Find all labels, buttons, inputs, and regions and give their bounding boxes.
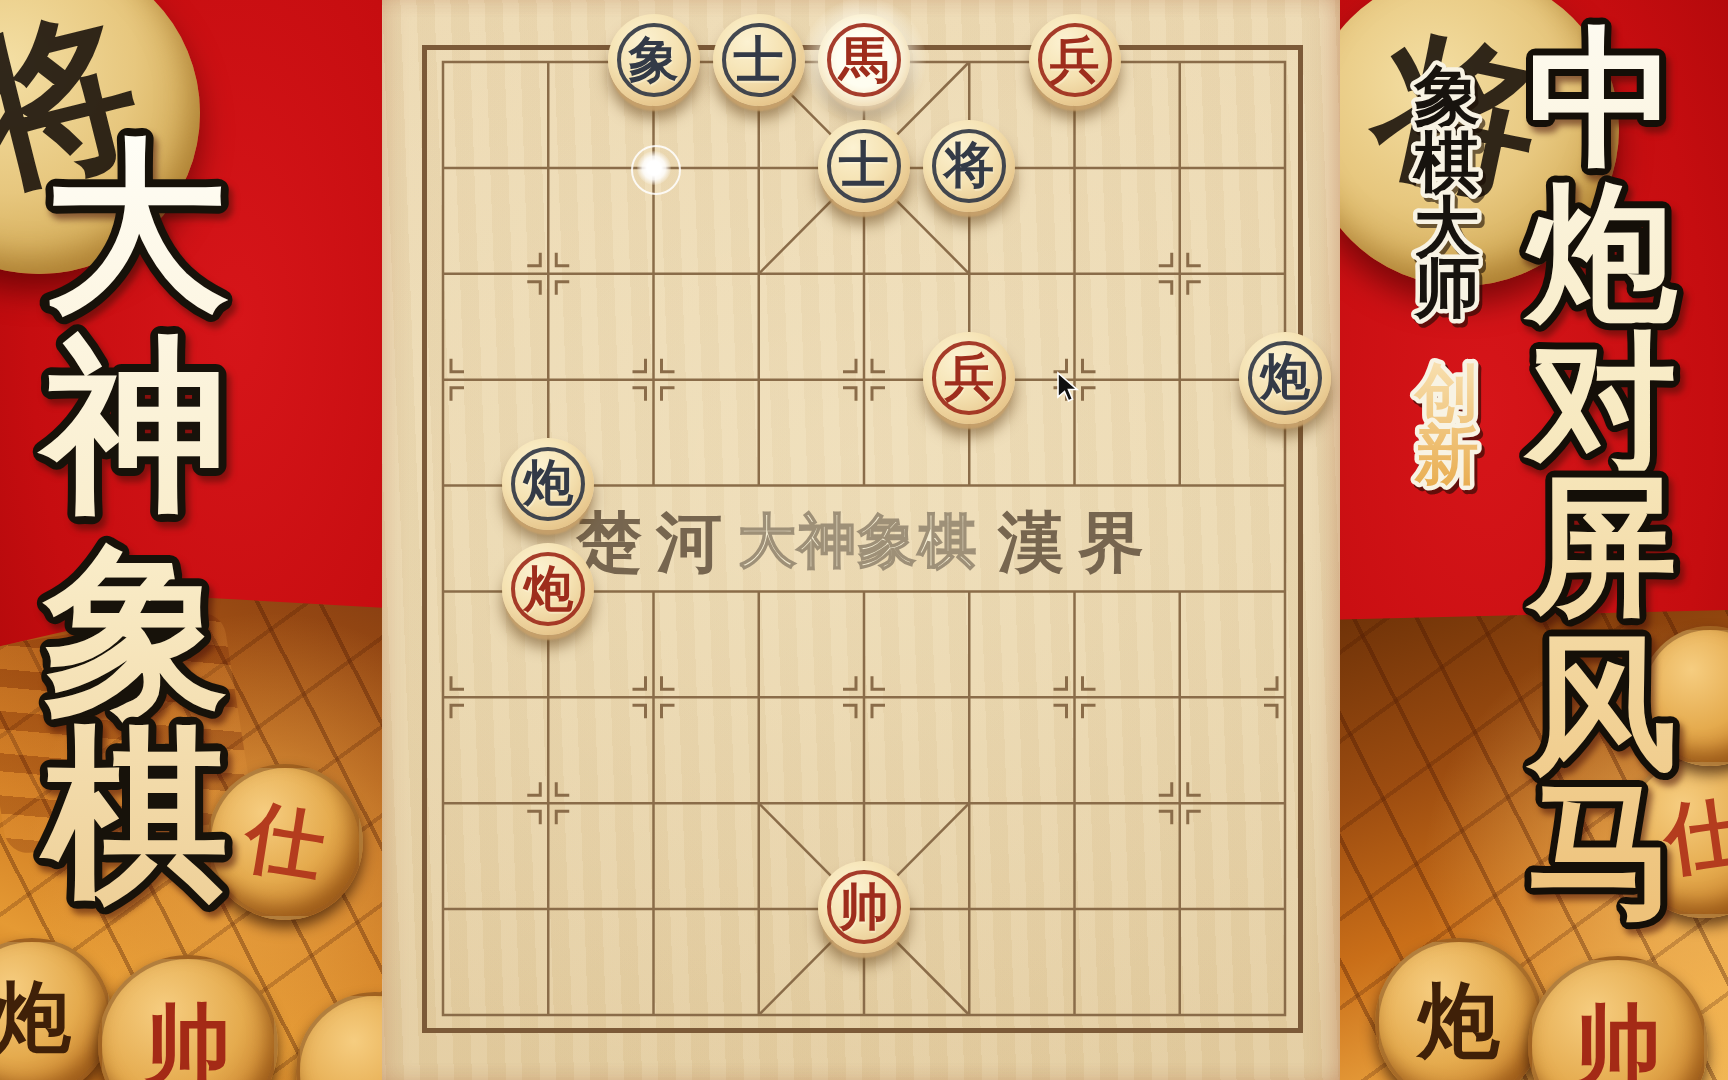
photo-piece: 帅 [1528, 956, 1708, 1080]
left-banner-panel: 将 仕 炮 帅 [0, 0, 382, 1080]
screenshot-stage: 楚河 大神象棋 漢界 象士馬兵士将兵炮炮炮帅 将 仕 炮 帅 将 [0, 0, 1728, 1080]
piece-red-pawn[interactable]: 兵 [923, 332, 1015, 424]
piece-black-elephant[interactable]: 象 [608, 14, 700, 106]
photo-piece: 炮 [1375, 938, 1543, 1080]
piece-red-cannon[interactable]: 炮 [502, 543, 594, 635]
photo-piece: 仕 [207, 764, 363, 920]
photo-piece: 炮 [0, 938, 112, 1080]
piece-black-general[interactable]: 将 [923, 120, 1015, 212]
river-label-chuhe: 楚河 [576, 498, 736, 588]
piece-red-horse[interactable]: 馬 [818, 14, 910, 106]
right-panel-photo: 炮 帅 仕 [1340, 610, 1728, 1080]
piece-black-cannon[interactable]: 炮 [502, 438, 594, 530]
river-label-hanjie: 漢界 [998, 498, 1158, 588]
decor-piece-char: 将 [1340, 0, 1644, 304]
decor-piece-photo-left: 将 [0, 0, 200, 274]
photo-piece [1640, 626, 1728, 766]
left-panel-photo: 仕 炮 帅 [0, 598, 382, 1080]
right-banner-panel: 将 炮 帅 仕 [1340, 0, 1728, 1080]
decor-piece-char: 将 [0, 0, 246, 299]
piece-black-advisor[interactable]: 士 [713, 14, 805, 106]
piece-black-cannon[interactable]: 炮 [1239, 332, 1331, 424]
board-watermark: 大神象棋 [738, 503, 978, 581]
piece-black-advisor[interactable]: 士 [818, 120, 910, 212]
photo-piece: 帅 [98, 955, 278, 1080]
decor-piece-photo-right: 将 [1340, 0, 1619, 286]
piece-red-pawn[interactable]: 兵 [1029, 14, 1121, 106]
photo-piece: 仕 [1622, 754, 1728, 918]
photo-piece [296, 992, 382, 1080]
piece-red-general[interactable]: 帅 [818, 861, 910, 953]
